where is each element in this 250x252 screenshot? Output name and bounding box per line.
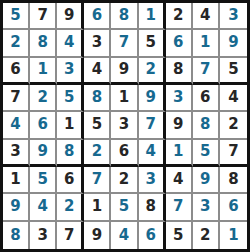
cell-r2c3[interactable]: 4	[57, 30, 84, 57]
cell-r7c6[interactable]: 3	[139, 167, 166, 194]
cell-r3c4[interactable]: 4	[84, 58, 111, 85]
cell-r3c7[interactable]: 8	[166, 58, 193, 85]
cell-r7c7[interactable]: 4	[166, 167, 193, 194]
cell-r1c3[interactable]: 9	[57, 3, 84, 30]
cell-r3c2[interactable]: 1	[30, 58, 57, 85]
cell-r5c7[interactable]: 9	[166, 112, 193, 139]
cell-r6c4[interactable]: 2	[84, 140, 111, 167]
cell-r2c2[interactable]: 8	[30, 30, 57, 57]
cell-r7c2[interactable]: 5	[30, 167, 57, 194]
cell-r6c7[interactable]: 1	[166, 140, 193, 167]
cell-r6c1[interactable]: 3	[3, 140, 30, 167]
cell-r7c1[interactable]: 1	[3, 167, 30, 194]
cell-r4c7[interactable]: 3	[166, 85, 193, 112]
cell-r5c1[interactable]: 4	[3, 112, 30, 139]
cell-r6c5[interactable]: 6	[111, 140, 138, 167]
cell-r8c1[interactable]: 9	[3, 194, 30, 221]
cell-r1c4[interactable]: 6	[84, 3, 111, 30]
cell-r4c6[interactable]: 9	[139, 85, 166, 112]
cell-r2c6[interactable]: 5	[139, 30, 166, 57]
cell-r7c4[interactable]: 7	[84, 167, 111, 194]
cell-r5c3[interactable]: 1	[57, 112, 84, 139]
cell-r4c4[interactable]: 8	[84, 85, 111, 112]
cell-r3c1[interactable]: 6	[3, 58, 30, 85]
cell-r5c4[interactable]: 5	[84, 112, 111, 139]
cell-r1c5[interactable]: 8	[111, 3, 138, 30]
cell-r4c8[interactable]: 6	[193, 85, 220, 112]
cell-r9c6[interactable]: 6	[139, 222, 166, 249]
cell-r8c2[interactable]: 4	[30, 194, 57, 221]
cell-r7c3[interactable]: 6	[57, 167, 84, 194]
cell-r9c1[interactable]: 8	[3, 222, 30, 249]
cell-r2c9[interactable]: 9	[220, 30, 247, 57]
cell-r5c5[interactable]: 3	[111, 112, 138, 139]
cell-r5c9[interactable]: 2	[220, 112, 247, 139]
cell-r1c7[interactable]: 2	[166, 3, 193, 30]
cell-r4c9[interactable]: 4	[220, 85, 247, 112]
cell-r9c5[interactable]: 4	[111, 222, 138, 249]
cell-r9c2[interactable]: 3	[30, 222, 57, 249]
cell-r4c2[interactable]: 2	[30, 85, 57, 112]
sudoku-board: 5796812432843756196134928757258193644615…	[0, 0, 250, 252]
cell-r8c9[interactable]: 6	[220, 194, 247, 221]
cell-r7c9[interactable]: 8	[220, 167, 247, 194]
cell-r4c3[interactable]: 5	[57, 85, 84, 112]
cell-r2c5[interactable]: 7	[111, 30, 138, 57]
cell-r3c3[interactable]: 3	[57, 58, 84, 85]
cell-r6c2[interactable]: 9	[30, 140, 57, 167]
cell-r9c3[interactable]: 7	[57, 222, 84, 249]
cell-r5c8[interactable]: 8	[193, 112, 220, 139]
cell-r9c9[interactable]: 1	[220, 222, 247, 249]
cell-r3c9[interactable]: 5	[220, 58, 247, 85]
cell-r4c5[interactable]: 1	[111, 85, 138, 112]
cell-r8c5[interactable]: 5	[111, 194, 138, 221]
cell-r8c3[interactable]: 2	[57, 194, 84, 221]
cell-r9c8[interactable]: 2	[193, 222, 220, 249]
cell-r6c8[interactable]: 5	[193, 140, 220, 167]
cell-r1c8[interactable]: 4	[193, 3, 220, 30]
cell-r2c8[interactable]: 1	[193, 30, 220, 57]
cell-r5c2[interactable]: 6	[30, 112, 57, 139]
cell-r8c8[interactable]: 3	[193, 194, 220, 221]
cell-r9c7[interactable]: 5	[166, 222, 193, 249]
cell-r3c8[interactable]: 7	[193, 58, 220, 85]
cell-r2c4[interactable]: 3	[84, 30, 111, 57]
cell-r1c6[interactable]: 1	[139, 3, 166, 30]
cell-r8c7[interactable]: 7	[166, 194, 193, 221]
cell-r6c6[interactable]: 4	[139, 140, 166, 167]
cell-r4c1[interactable]: 7	[3, 85, 30, 112]
cell-r6c9[interactable]: 7	[220, 140, 247, 167]
cell-r9c4[interactable]: 9	[84, 222, 111, 249]
cell-r2c1[interactable]: 2	[3, 30, 30, 57]
cell-r7c8[interactable]: 9	[193, 167, 220, 194]
cell-r8c4[interactable]: 1	[84, 194, 111, 221]
cell-r8c6[interactable]: 8	[139, 194, 166, 221]
cell-r3c5[interactable]: 9	[111, 58, 138, 85]
cell-r1c9[interactable]: 3	[220, 3, 247, 30]
cell-r1c2[interactable]: 7	[30, 3, 57, 30]
cell-r3c6[interactable]: 2	[139, 58, 166, 85]
cell-r5c6[interactable]: 7	[139, 112, 166, 139]
cell-r6c3[interactable]: 8	[57, 140, 84, 167]
cell-r7c5[interactable]: 2	[111, 167, 138, 194]
cell-r1c1[interactable]: 5	[3, 3, 30, 30]
cell-r2c7[interactable]: 6	[166, 30, 193, 57]
